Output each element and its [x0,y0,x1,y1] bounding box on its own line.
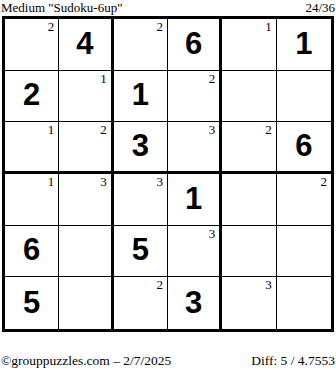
cell-value: 2 [23,79,40,110]
puzzle-title: Medium "Sudoku-6up" [1,1,122,15]
cell-r1c4[interactable]: 6 [168,19,222,71]
cell-r1c2[interactable]: 4 [59,19,113,71]
cell-r4c5[interactable] [222,174,276,226]
corner-mark: 3 [265,278,272,291]
cell-r1c1[interactable]: 2 [5,19,59,71]
cell-value: 5 [23,287,40,318]
cell-value: 3 [185,287,202,318]
header: Medium "Sudoku-6up" 24/36 [0,0,336,16]
corner-mark: 1 [48,123,55,136]
cell-r2c6[interactable] [277,71,331,123]
cell-value: 3 [132,130,149,161]
cell-r5c3[interactable]: 5 [114,226,168,278]
corner-mark: 2 [265,123,272,136]
cell-r1c3[interactable]: 2 [114,19,168,71]
corner-mark: 1 [100,72,107,85]
corner-mark: 1 [265,20,272,33]
cell-r6c5[interactable]: 3 [222,277,276,329]
cell-r2c5[interactable] [222,71,276,123]
cell-r1c6[interactable]: 1 [277,19,331,71]
cell-r6c2[interactable] [59,277,113,329]
cell-r5c2[interactable] [59,226,113,278]
corner-mark: 2 [48,20,55,33]
cell-r4c2[interactable]: 3 [59,174,113,226]
cell-r3c5[interactable]: 2 [222,122,276,174]
cell-value: 6 [185,28,202,59]
cell-r4c6[interactable]: 2 [277,174,331,226]
puzzle-counter: 24/36 [305,1,335,15]
cell-r5c1[interactable]: 6 [5,226,59,278]
cell-r6c3[interactable]: 2 [114,277,168,329]
corner-mark: 2 [209,72,216,85]
footer: ©grouppuzzles.com – 2/7/2025 Diff: 5 / 4… [0,353,336,368]
cell-value: 4 [76,28,93,59]
cell-r5c6[interactable] [277,226,331,278]
cell-r2c1[interactable]: 2 [5,71,59,123]
cell-r6c6[interactable] [277,277,331,329]
corner-mark: 3 [209,227,216,240]
cell-value: 1 [185,183,202,214]
cell-value: 1 [295,28,312,59]
corner-mark: 3 [209,123,216,136]
cell-value: 5 [132,234,149,265]
cell-r2c2[interactable]: 1 [59,71,113,123]
cell-r4c4[interactable]: 1 [168,174,222,226]
corner-mark: 3 [100,175,107,188]
cell-r4c3[interactable]: 3 [114,174,168,226]
cell-r6c1[interactable]: 5 [5,277,59,329]
corner-mark: 2 [156,20,163,33]
corner-mark: 3 [156,175,163,188]
copyright-date: ©grouppuzzles.com – 2/7/2025 [1,353,171,368]
cell-r5c5[interactable] [222,226,276,278]
cell-value: 1 [132,79,149,110]
cell-r3c4[interactable]: 3 [168,122,222,174]
sudoku-board: 2426112112123326133126535233 [2,16,334,332]
cell-r2c4[interactable]: 2 [168,71,222,123]
corner-mark: 2 [100,123,107,136]
cell-value: 6 [295,130,312,161]
cell-r6c4[interactable]: 3 [168,277,222,329]
cell-r5c4[interactable]: 3 [168,226,222,278]
cell-r1c5[interactable]: 1 [222,19,276,71]
cell-r2c3[interactable]: 1 [114,71,168,123]
corner-mark: 1 [48,175,55,188]
corner-mark: 2 [156,278,163,291]
cell-r4c1[interactable]: 1 [5,174,59,226]
cell-value: 6 [23,234,40,265]
cell-r3c2[interactable]: 2 [59,122,113,174]
cell-r3c1[interactable]: 1 [5,122,59,174]
difficulty-rating: Diff: 5 / 4.7553 [251,353,335,368]
cell-r3c3[interactable]: 3 [114,122,168,174]
puzzle-sheet: Medium "Sudoku-6up" 24/36 24261121121233… [0,0,336,370]
cell-r3c6[interactable]: 6 [277,122,331,174]
corner-mark: 2 [320,175,327,188]
